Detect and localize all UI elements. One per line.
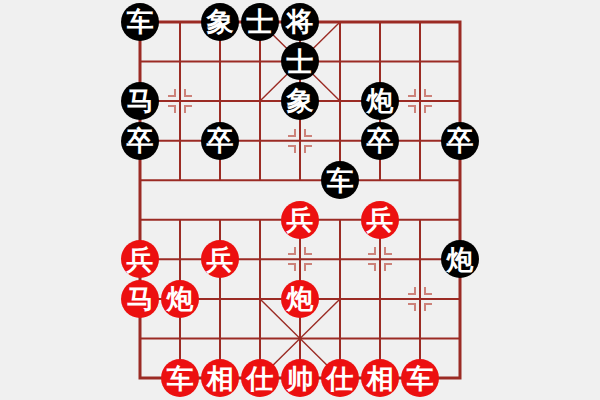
red-advisor[interactable]: 仕 [321, 359, 359, 397]
red-general[interactable]: 帅 [281, 359, 319, 397]
black-pawn[interactable]: 卒 [201, 122, 239, 160]
black-pawn[interactable]: 卒 [441, 122, 479, 160]
black-advisor[interactable]: 士 [281, 42, 319, 80]
black-general[interactable]: 将 [281, 3, 319, 41]
red-cannon[interactable]: 炮 [281, 280, 319, 318]
black-chariot[interactable]: 车 [121, 3, 159, 41]
black-pawn[interactable]: 卒 [121, 122, 159, 160]
red-chariot[interactable]: 车 [161, 359, 199, 397]
black-elephant[interactable]: 象 [201, 3, 239, 41]
point-marker [168, 89, 192, 113]
red-pawn[interactable]: 兵 [361, 201, 399, 239]
black-pawn[interactable]: 卒 [361, 122, 399, 160]
black-horse[interactable]: 马 [121, 82, 159, 120]
red-chariot[interactable]: 车 [401, 359, 439, 397]
black-elephant[interactable]: 象 [281, 82, 319, 120]
red-pawn[interactable]: 兵 [201, 240, 239, 278]
xiangqi-board[interactable]: 车象士将士马象炮卒卒卒卒车炮兵兵兵兵马炮炮车相仕帅仕相车 [120, 2, 480, 398]
board-grid[interactable]: 车象士将士马象炮卒卒卒卒车炮兵兵兵兵马炮炮车相仕帅仕相车 [120, 2, 480, 398]
red-cannon[interactable]: 炮 [161, 280, 199, 318]
red-elephant[interactable]: 相 [201, 359, 239, 397]
page-background: { "game": "xiangqi", "board": { "files":… [0, 0, 600, 400]
point-marker [288, 129, 312, 153]
red-elephant[interactable]: 相 [361, 359, 399, 397]
black-cannon[interactable]: 炮 [441, 240, 479, 278]
red-pawn[interactable]: 兵 [121, 240, 159, 278]
black-cannon[interactable]: 炮 [361, 82, 399, 120]
black-advisor[interactable]: 士 [241, 3, 279, 41]
red-horse[interactable]: 马 [121, 280, 159, 318]
point-marker [368, 247, 392, 271]
red-advisor[interactable]: 仕 [241, 359, 279, 397]
point-marker [408, 89, 432, 113]
red-pawn[interactable]: 兵 [281, 201, 319, 239]
black-chariot[interactable]: 车 [321, 161, 359, 199]
point-marker [288, 247, 312, 271]
point-marker [408, 287, 432, 311]
